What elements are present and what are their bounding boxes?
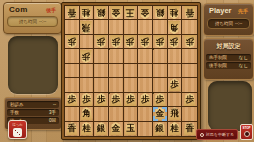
board-cell[interactable]: [124, 78, 139, 92]
gote-piece-香[interactable]: 香: [66, 6, 78, 19]
gote-piece-王[interactable]: 王: [124, 6, 136, 19]
board-cell[interactable]: [109, 49, 124, 63]
suspend-game-button[interactable]: 対局を中断する: [196, 129, 238, 140]
board-cell[interactable]: 歩: [94, 93, 109, 107]
board-cell[interactable]: [168, 64, 183, 78]
gote-limit-value: なし: [239, 63, 248, 68]
stop-button[interactable]: STOP: [240, 124, 253, 140]
board-cell[interactable]: [80, 64, 95, 78]
gote-piece-歩[interactable]: 歩: [168, 35, 180, 48]
board-cell[interactable]: 金: [109, 122, 124, 136]
gote-piece-角[interactable]: 角: [168, 21, 180, 34]
sente-piece-桂[interactable]: 桂: [168, 122, 180, 135]
board-surface: 香桂銀金王金銀桂香飛角歩歩歩歩歩歩歩歩歩歩歩歩歩歩歩歩歩歩角金飛香桂銀金玉銀桂香: [64, 5, 198, 137]
board-cell[interactable]: 飛: [168, 107, 183, 121]
board-cell[interactable]: 歩: [65, 35, 80, 49]
board-cell[interactable]: [182, 49, 197, 63]
board-cell[interactable]: 歩: [138, 35, 153, 49]
selection-frame: [153, 107, 167, 120]
board-cell[interactable]: 歩: [182, 35, 197, 49]
gote-piece-歩[interactable]: 歩: [184, 35, 196, 48]
board-cell[interactable]: [109, 20, 124, 34]
com-time-display: 持ち時間 --:--: [7, 16, 58, 27]
star-point: [108, 92, 110, 94]
gote-piece-飛[interactable]: 飛: [80, 21, 92, 34]
board-cell[interactable]: 銀: [94, 6, 109, 20]
player-name-label: Player: [209, 6, 232, 15]
suspend-button-label: 対局を中断する: [206, 132, 234, 137]
board-cell[interactable]: [109, 64, 124, 78]
gote-piece-銀[interactable]: 銀: [154, 6, 166, 19]
board-cell[interactable]: 歩: [138, 93, 153, 107]
sente-piece-歩[interactable]: 歩: [168, 78, 180, 91]
board-cell[interactable]: [80, 35, 95, 49]
board-cell[interactable]: [182, 78, 197, 92]
board-cell[interactable]: [124, 49, 139, 63]
gote-piece-香[interactable]: 香: [184, 6, 196, 19]
sente-piece-銀[interactable]: 銀: [154, 122, 166, 135]
board-cell[interactable]: [124, 20, 139, 34]
board-cell[interactable]: [138, 49, 153, 63]
board-cell[interactable]: [65, 107, 80, 121]
board-cell[interactable]: 金: [109, 6, 124, 20]
board-cell[interactable]: 桂: [168, 6, 183, 20]
board-cell[interactable]: 銀: [153, 122, 168, 136]
com-side-badge: 後手: [46, 7, 56, 13]
com-player-panel: Com 後手 持ち時間 --:--: [3, 2, 62, 34]
board-cell[interactable]: [94, 78, 109, 92]
gote-piece-歩[interactable]: 歩: [110, 35, 122, 48]
com-time-value: --:--: [39, 19, 46, 24]
gote-limit-row[interactable]: 後手制限 なし: [206, 62, 251, 69]
board-cell[interactable]: [153, 49, 168, 63]
board-cell[interactable]: 歩: [153, 35, 168, 49]
board-cell[interactable]: [65, 20, 80, 34]
byoyomi-label: 秒読み: [10, 102, 24, 107]
sente-piece-歩[interactable]: 歩: [80, 93, 92, 106]
board-cell[interactable]: 歩: [94, 35, 109, 49]
board-cell[interactable]: [182, 107, 197, 121]
star-point: [152, 92, 154, 94]
board-cell[interactable]: [153, 78, 168, 92]
board-cell[interactable]: 角: [80, 107, 95, 121]
power-ring-icon: [200, 133, 204, 137]
shogi-board: 香桂銀金王金銀桂香飛角歩歩歩歩歩歩歩歩歩歩歩歩歩歩歩歩歩歩角金飛香桂銀金玉銀桂香: [61, 2, 201, 140]
takeback-button-label: 待った: [12, 123, 23, 127]
board-cell[interactable]: 歩: [65, 93, 80, 107]
move-count-value: 3手: [49, 110, 56, 115]
board-cell[interactable]: [80, 78, 95, 92]
gote-piece-金[interactable]: 金: [139, 6, 151, 19]
sente-piece-飛[interactable]: 飛: [168, 107, 180, 120]
takeback-value: 0回: [49, 118, 56, 123]
sente-piece-歩[interactable]: 歩: [66, 93, 78, 106]
sente-piece-玉[interactable]: 玉: [124, 122, 136, 135]
board-cell[interactable]: [65, 78, 80, 92]
board-cell[interactable]: 歩: [153, 93, 168, 107]
sente-piece-歩[interactable]: 歩: [139, 93, 151, 106]
shogi-app: Com 後手 持ち時間 --:-- 秒読み -- 手数 3手 待った 0回 待っ…: [0, 0, 254, 142]
sente-piece-金[interactable]: 金: [110, 122, 122, 135]
gote-piece-桂[interactable]: 桂: [168, 6, 180, 19]
player-side-badge: 先手: [238, 8, 248, 14]
sente-piece-桂[interactable]: 桂: [80, 122, 92, 135]
board-cell[interactable]: [109, 78, 124, 92]
gote-piece-歩[interactable]: 歩: [95, 35, 107, 48]
board-cell[interactable]: [153, 20, 168, 34]
record-circle-icon: [244, 131, 250, 137]
settings-panel: 対局設定 先手制限 なし 後手制限 なし: [203, 38, 254, 80]
gote-piece-歩[interactable]: 歩: [139, 35, 151, 48]
gote-piece-歩[interactable]: 歩: [124, 35, 136, 48]
board-cell[interactable]: [182, 64, 197, 78]
board-cell[interactable]: 歩: [124, 35, 139, 49]
sente-piece-歩[interactable]: 歩: [184, 93, 196, 106]
board-cell[interactable]: 金: [138, 6, 153, 20]
sente-piece-銀[interactable]: 銀: [95, 122, 107, 135]
board-cell[interactable]: [138, 122, 153, 136]
takeback-button[interactable]: 待った: [8, 120, 27, 139]
board-cell[interactable]: [124, 107, 139, 121]
gote-piece-金[interactable]: 金: [110, 6, 122, 19]
board-cell[interactable]: [138, 20, 153, 34]
board-cell[interactable]: 歩: [109, 35, 124, 49]
board-cell[interactable]: [65, 64, 80, 78]
board-cell[interactable]: 角: [168, 20, 183, 34]
board-cell[interactable]: 歩: [80, 49, 95, 63]
byoyomi-value: --: [53, 102, 56, 107]
board-cell[interactable]: 香: [65, 122, 80, 136]
board-cell[interactable]: 桂: [168, 122, 183, 136]
board-cell[interactable]: [168, 93, 183, 107]
board-cell[interactable]: 歩: [182, 93, 197, 107]
board-cell[interactable]: [124, 64, 139, 78]
board-cell[interactable]: [138, 64, 153, 78]
gote-piece-歩[interactable]: 歩: [66, 35, 78, 48]
move-count-label: 手数: [10, 110, 19, 115]
gote-piece-桂[interactable]: 桂: [80, 6, 92, 19]
board-grid: 香桂銀金王金銀桂香飛角歩歩歩歩歩歩歩歩歩歩歩歩歩歩歩歩歩歩角金飛香桂銀金玉銀桂香: [65, 6, 197, 136]
move-count-row: 手数 3手: [7, 109, 59, 116]
board-cell[interactable]: 銀: [153, 6, 168, 20]
board-cell[interactable]: 歩: [168, 78, 183, 92]
board-cell[interactable]: 桂: [80, 122, 95, 136]
com-captured-tray: [8, 36, 58, 94]
board-cell[interactable]: 香: [65, 6, 80, 20]
board-cell[interactable]: 歩: [80, 93, 95, 107]
com-name-label: Com: [9, 5, 28, 14]
player-time-label: 持ち時間: [215, 21, 233, 26]
gote-limit-label: 後手制限: [209, 63, 227, 68]
board-cell[interactable]: [168, 49, 183, 63]
player-time-display[interactable]: 持ち時間 --:--: [207, 18, 250, 29]
sente-piece-歩[interactable]: 歩: [110, 93, 122, 106]
sente-limit-value: なし: [239, 55, 248, 60]
board-cell[interactable]: [182, 20, 197, 34]
gote-piece-歩[interactable]: 歩: [154, 35, 166, 48]
settings-title: 対局設定: [204, 42, 253, 51]
sente-piece-歩[interactable]: 歩: [154, 93, 166, 106]
sente-limit-row[interactable]: 先手制限 なし: [206, 54, 251, 61]
board-cell[interactable]: 歩: [109, 93, 124, 107]
sente-piece-歩[interactable]: 歩: [95, 93, 107, 106]
board-cell[interactable]: 桂: [80, 6, 95, 20]
board-cell[interactable]: [94, 64, 109, 78]
board-cell[interactable]: 歩: [124, 93, 139, 107]
sente-piece-歩[interactable]: 歩: [124, 93, 136, 106]
board-cell[interactable]: 歩: [168, 35, 183, 49]
board-cell[interactable]: 飛: [80, 20, 95, 34]
dice-icon: [13, 128, 22, 137]
sente-piece-香[interactable]: 香: [66, 122, 78, 135]
com-time-label: 持ち時間: [19, 19, 37, 24]
board-cell[interactable]: 銀: [94, 122, 109, 136]
stop-button-label: STOP: [242, 127, 250, 131]
player-panel: Player 先手 持ち時間 --:--: [203, 3, 254, 36]
board-cell[interactable]: 玉: [124, 122, 139, 136]
board-cell[interactable]: 王: [124, 6, 139, 20]
board-cell[interactable]: [138, 107, 153, 121]
sente-piece-香[interactable]: 香: [184, 122, 196, 135]
player-time-value: --:--: [235, 21, 242, 26]
board-cell[interactable]: [94, 49, 109, 63]
board-cell[interactable]: [109, 107, 124, 121]
board-cell[interactable]: [138, 78, 153, 92]
sente-piece-角[interactable]: 角: [80, 107, 92, 120]
board-cell[interactable]: [65, 49, 80, 63]
gote-piece-銀[interactable]: 銀: [95, 6, 107, 19]
board-cell[interactable]: [153, 64, 168, 78]
board-cell[interactable]: [94, 107, 109, 121]
board-cell[interactable]: 香: [182, 6, 197, 20]
sente-limit-label: 先手制限: [209, 55, 227, 60]
board-cell[interactable]: [94, 20, 109, 34]
byoyomi-row: 秒読み --: [7, 101, 59, 108]
board-cell[interactable]: 香: [182, 122, 197, 136]
board-cell[interactable]: 金: [153, 107, 168, 121]
gote-piece-歩[interactable]: 歩: [80, 50, 92, 63]
